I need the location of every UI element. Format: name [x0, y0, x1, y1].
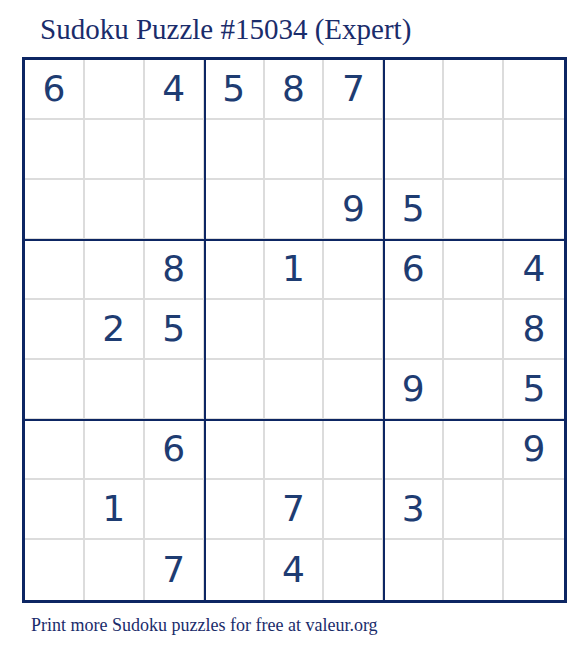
- cell-r8c8: [444, 480, 504, 540]
- cell-r6c8: [444, 360, 504, 420]
- box-border-vertical-2: [383, 60, 385, 600]
- cell-r7c6: [324, 420, 384, 480]
- cell-r4c2: [85, 240, 145, 300]
- cell-r3c9: [504, 180, 564, 240]
- cell-r6c3: [145, 360, 205, 420]
- cell-r6c7: 9: [384, 360, 444, 420]
- cell-r5c7: [384, 300, 444, 360]
- cell-r5c1: [25, 300, 85, 360]
- cell-r9c9: [504, 540, 564, 600]
- cell-r3c8: [444, 180, 504, 240]
- cell-r5c6: [324, 300, 384, 360]
- cell-r1c2: [85, 60, 145, 120]
- cell-r5c9: 8: [504, 300, 564, 360]
- box-border-vertical-1: [204, 60, 206, 600]
- cell-r5c4: [205, 300, 265, 360]
- cell-r9c4: [205, 540, 265, 600]
- cell-r3c2: [85, 180, 145, 240]
- cell-r1c5: 8: [265, 60, 325, 120]
- cell-r8c7: 3: [384, 480, 444, 540]
- cell-r7c8: [444, 420, 504, 480]
- cell-r4c6: [324, 240, 384, 300]
- cell-r9c5: 4: [265, 540, 325, 600]
- cell-r7c2: [85, 420, 145, 480]
- sudoku-board: 64587958164258956917374: [22, 57, 567, 603]
- cell-r6c9: 5: [504, 360, 564, 420]
- cell-r7c1: [25, 420, 85, 480]
- cell-r4c3: 8: [145, 240, 205, 300]
- cell-r2c6: [324, 120, 384, 180]
- cell-r8c4: [205, 480, 265, 540]
- sudoku-grid: 64587958164258956917374: [25, 60, 564, 600]
- cell-r8c5: 7: [265, 480, 325, 540]
- cell-r2c7: [384, 120, 444, 180]
- cell-r8c2: 1: [85, 480, 145, 540]
- cell-r9c7: [384, 540, 444, 600]
- cell-r8c3: [145, 480, 205, 540]
- cell-r2c9: [504, 120, 564, 180]
- cell-r5c8: [444, 300, 504, 360]
- cell-r4c7: 6: [384, 240, 444, 300]
- cell-r3c4: [205, 180, 265, 240]
- cell-r9c1: [25, 540, 85, 600]
- cell-r2c2: [85, 120, 145, 180]
- cell-r2c3: [145, 120, 205, 180]
- box-border-horizontal-2: [25, 419, 564, 421]
- cell-r8c6: [324, 480, 384, 540]
- cell-r1c3: 4: [145, 60, 205, 120]
- cell-r5c2: 2: [85, 300, 145, 360]
- cell-r9c2: [85, 540, 145, 600]
- cell-r1c9: [504, 60, 564, 120]
- cell-r3c1: [25, 180, 85, 240]
- box-border-horizontal-1: [25, 239, 564, 241]
- cell-r7c3: 6: [145, 420, 205, 480]
- cell-r1c4: 5: [205, 60, 265, 120]
- cell-r8c1: [25, 480, 85, 540]
- footer-text: Print more Sudoku puzzles for free at va…: [31, 615, 378, 636]
- cell-r7c4: [205, 420, 265, 480]
- cell-r1c8: [444, 60, 504, 120]
- cell-r6c4: [205, 360, 265, 420]
- cell-r7c9: 9: [504, 420, 564, 480]
- cell-r3c6: 9: [324, 180, 384, 240]
- cell-r3c5: [265, 180, 325, 240]
- cell-r2c1: [25, 120, 85, 180]
- cell-r4c4: [205, 240, 265, 300]
- cell-r5c5: [265, 300, 325, 360]
- cell-r3c7: 5: [384, 180, 444, 240]
- cell-r4c5: 1: [265, 240, 325, 300]
- cell-r6c5: [265, 360, 325, 420]
- cell-r4c1: [25, 240, 85, 300]
- cell-r9c3: 7: [145, 540, 205, 600]
- cell-r9c8: [444, 540, 504, 600]
- cell-r2c8: [444, 120, 504, 180]
- cell-r6c6: [324, 360, 384, 420]
- page-title: Sudoku Puzzle #15034 (Expert): [40, 13, 411, 46]
- cell-r6c1: [25, 360, 85, 420]
- cell-r6c2: [85, 360, 145, 420]
- cell-r7c7: [384, 420, 444, 480]
- cell-r5c3: 5: [145, 300, 205, 360]
- cell-r3c3: [145, 180, 205, 240]
- cell-r1c6: 7: [324, 60, 384, 120]
- cell-r2c4: [205, 120, 265, 180]
- cell-r4c9: 4: [504, 240, 564, 300]
- cell-r2c5: [265, 120, 325, 180]
- cell-r1c7: [384, 60, 444, 120]
- cell-r4c8: [444, 240, 504, 300]
- cell-r7c5: [265, 420, 325, 480]
- cell-r8c9: [504, 480, 564, 540]
- cell-r1c1: 6: [25, 60, 85, 120]
- cell-r9c6: [324, 540, 384, 600]
